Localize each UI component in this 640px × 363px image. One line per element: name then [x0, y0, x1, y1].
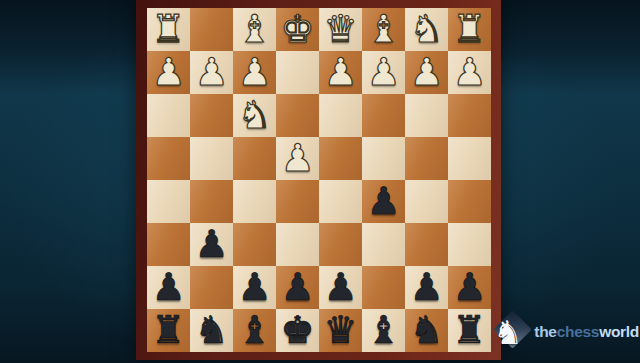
black-queen-d8: ♛ — [323, 311, 357, 349]
white-bishop-c1: ♝ — [366, 10, 400, 48]
white-knight-b1: ♞ — [409, 10, 443, 48]
black-bishop-f8: ♝ — [237, 311, 271, 349]
square-c3[interactable] — [362, 94, 405, 137]
square-c6[interactable] — [362, 223, 405, 266]
square-g3[interactable] — [190, 94, 233, 137]
square-b2[interactable]: ♟ — [405, 51, 448, 94]
black-rook-h8: ♜ — [151, 311, 185, 349]
white-king-e1: ♚ — [280, 10, 314, 48]
knight-logo-icon: ♞ — [493, 316, 523, 349]
white-pawn-c2: ♟ — [366, 53, 400, 91]
square-f6[interactable] — [233, 223, 276, 266]
black-pawn-f7: ♟ — [237, 268, 271, 306]
chess-board-frame: ♜♝♚♛♝♞♜♟♟♟♟♟♟♟♞♟♟♟♟♟♟♟♟♟♜♞♝♚♛♝♞♜ — [136, 0, 501, 360]
black-pawn-e7: ♟ — [280, 268, 314, 306]
square-a6[interactable] — [448, 223, 491, 266]
black-bishop-c8: ♝ — [366, 311, 400, 349]
square-h5[interactable] — [147, 180, 190, 223]
square-b7[interactable]: ♟ — [405, 266, 448, 309]
white-rook-a1: ♜ — [452, 10, 486, 48]
square-a3[interactable] — [448, 94, 491, 137]
square-g1[interactable] — [190, 8, 233, 51]
square-g8[interactable]: ♞ — [190, 309, 233, 352]
black-rook-a8: ♜ — [452, 311, 486, 349]
square-f4[interactable] — [233, 137, 276, 180]
square-e8[interactable]: ♚ — [276, 309, 319, 352]
square-f3[interactable]: ♞ — [233, 94, 276, 137]
square-a7[interactable]: ♟ — [448, 266, 491, 309]
square-h7[interactable]: ♟ — [147, 266, 190, 309]
square-d6[interactable] — [319, 223, 362, 266]
square-h2[interactable]: ♟ — [147, 51, 190, 94]
logo-text-chess: chess — [557, 323, 599, 340]
square-d3[interactable] — [319, 94, 362, 137]
white-pawn-d2: ♟ — [323, 53, 357, 91]
square-e4[interactable]: ♟ — [276, 137, 319, 180]
square-e3[interactable] — [276, 94, 319, 137]
square-c5[interactable]: ♟ — [362, 180, 405, 223]
black-king-e8: ♚ — [280, 311, 314, 349]
square-h3[interactable] — [147, 94, 190, 137]
square-a2[interactable]: ♟ — [448, 51, 491, 94]
square-d8[interactable]: ♛ — [319, 309, 362, 352]
black-pawn-a7: ♟ — [452, 268, 486, 306]
white-pawn-b2: ♟ — [409, 53, 443, 91]
square-f2[interactable]: ♟ — [233, 51, 276, 94]
black-knight-b8: ♞ — [409, 311, 443, 349]
square-a4[interactable] — [448, 137, 491, 180]
square-c7[interactable] — [362, 266, 405, 309]
square-c4[interactable] — [362, 137, 405, 180]
square-a8[interactable]: ♜ — [448, 309, 491, 352]
square-b6[interactable] — [405, 223, 448, 266]
black-pawn-c5: ♟ — [366, 182, 400, 220]
logo-text: thechessworld — [534, 323, 639, 341]
square-b3[interactable] — [405, 94, 448, 137]
square-h4[interactable] — [147, 137, 190, 180]
square-d2[interactable]: ♟ — [319, 51, 362, 94]
white-pawn-h2: ♟ — [151, 53, 185, 91]
square-e7[interactable]: ♟ — [276, 266, 319, 309]
square-b5[interactable] — [405, 180, 448, 223]
square-d5[interactable] — [319, 180, 362, 223]
white-pawn-e4: ♟ — [280, 139, 314, 177]
chess-board: ♜♝♚♛♝♞♜♟♟♟♟♟♟♟♞♟♟♟♟♟♟♟♟♟♜♞♝♚♛♝♞♜ — [147, 8, 491, 352]
square-d4[interactable] — [319, 137, 362, 180]
video-frame: ♜♝♚♛♝♞♜♟♟♟♟♟♟♟♞♟♟♟♟♟♟♟♟♟♜♞♝♚♛♝♞♜ ♞ thech… — [0, 0, 640, 363]
square-a1[interactable]: ♜ — [448, 8, 491, 51]
white-pawn-g2: ♟ — [194, 53, 228, 91]
white-pawn-a2: ♟ — [452, 53, 486, 91]
square-f8[interactable]: ♝ — [233, 309, 276, 352]
square-g2[interactable]: ♟ — [190, 51, 233, 94]
white-bishop-f1: ♝ — [237, 10, 271, 48]
white-pawn-f2: ♟ — [237, 53, 271, 91]
logo-text-world: world — [599, 323, 639, 340]
white-queen-d1: ♛ — [323, 10, 357, 48]
square-e5[interactable] — [276, 180, 319, 223]
black-pawn-d7: ♟ — [323, 268, 357, 306]
square-f5[interactable] — [233, 180, 276, 223]
logo-text-the: the — [534, 323, 556, 340]
square-a5[interactable] — [448, 180, 491, 223]
square-g5[interactable] — [190, 180, 233, 223]
square-h1[interactable]: ♜ — [147, 8, 190, 51]
black-pawn-g6: ♟ — [194, 225, 228, 263]
white-rook-h1: ♜ — [151, 10, 185, 48]
black-pawn-b7: ♟ — [409, 268, 443, 306]
black-knight-g8: ♞ — [194, 311, 228, 349]
square-f7[interactable]: ♟ — [233, 266, 276, 309]
square-g6[interactable]: ♟ — [190, 223, 233, 266]
square-h6[interactable] — [147, 223, 190, 266]
square-c8[interactable]: ♝ — [362, 309, 405, 352]
square-d7[interactable]: ♟ — [319, 266, 362, 309]
thechessworld-logo: ♞ thechessworld — [490, 309, 640, 355]
square-b1[interactable]: ♞ — [405, 8, 448, 51]
square-c1[interactable]: ♝ — [362, 8, 405, 51]
square-c2[interactable]: ♟ — [362, 51, 405, 94]
square-e6[interactable] — [276, 223, 319, 266]
logo-mark: ♞ — [490, 309, 534, 355]
square-e1[interactable]: ♚ — [276, 8, 319, 51]
square-e2[interactable] — [276, 51, 319, 94]
black-pawn-h7: ♟ — [151, 268, 185, 306]
square-g7[interactable] — [190, 266, 233, 309]
white-knight-f3: ♞ — [237, 96, 271, 134]
square-b4[interactable] — [405, 137, 448, 180]
square-h8[interactable]: ♜ — [147, 309, 190, 352]
square-b8[interactable]: ♞ — [405, 309, 448, 352]
square-g4[interactable] — [190, 137, 233, 180]
square-d1[interactable]: ♛ — [319, 8, 362, 51]
square-f1[interactable]: ♝ — [233, 8, 276, 51]
